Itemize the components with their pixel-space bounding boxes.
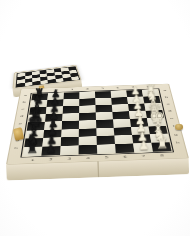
- coordinate-label: 1: [23, 158, 42, 161]
- board-square: ♝: [26, 130, 45, 139]
- coordinate-label: 5: [97, 156, 116, 159]
- coordinate-label: 2: [42, 158, 61, 161]
- board-square: [96, 112, 113, 120]
- black-pawn: ♟: [47, 118, 57, 130]
- board-square: ♝: [29, 107, 46, 115]
- board-square: [112, 111, 130, 119]
- board-square: ♟: [45, 113, 62, 121]
- coordinate-label: 6: [116, 155, 135, 158]
- brass-knob-icon: [175, 124, 183, 130]
- board-inner-frame: ♜♟♟♜♞♟♟♞♝♟♟♝♛♟♟♛♚♟♟♚♝♟♟♝♞♟♟♞♜♟♟♜: [20, 89, 174, 158]
- coordinate-label: 5: [95, 87, 110, 89]
- coordinate-label: 4: [79, 157, 98, 160]
- board-square: ♟: [130, 118, 148, 127]
- photo-backdrop: 12345678 12345678 abcdefgh abcdefgh ♜♟♟♜…: [0, 0, 190, 236]
- board-square: [61, 137, 79, 146]
- board-square: ♜: [151, 142, 171, 152]
- board-square: ♞: [143, 96, 160, 103]
- board-square: ♞: [24, 138, 43, 147]
- board-square: ♟: [133, 143, 153, 153]
- fold-seam: [97, 161, 99, 177]
- coordinate-label: h: [11, 147, 20, 156]
- coordinate-label: 4: [80, 88, 95, 90]
- board-square: [113, 119, 131, 128]
- coordinate-label: h: [174, 141, 184, 150]
- coordinate-label: 7: [125, 86, 141, 88]
- chess-board: 12345678 12345678 abcdefgh abcdefgh ♜♟♟♜…: [9, 33, 183, 207]
- coordinate-label: 8: [141, 86, 157, 88]
- board-square: [115, 144, 134, 154]
- board-square: [97, 144, 116, 154]
- board-square: [62, 113, 79, 121]
- coordinate-label: 6: [110, 87, 125, 89]
- coordinate-label: 3: [64, 88, 79, 90]
- board-square: ♚: [147, 117, 166, 126]
- board-squares: ♜♟♟♜♞♟♟♞♝♟♟♝♛♟♟♛♚♟♟♚♝♟♟♝♞♟♟♞♜♟♟♜: [23, 89, 172, 156]
- board-square: [62, 120, 79, 129]
- board-wood-frame: 12345678 12345678 abcdefgh abcdefgh ♜♟♟♜…: [6, 84, 189, 165]
- board-square: [79, 128, 97, 137]
- board-square: ♛: [146, 110, 164, 118]
- board-square: [96, 119, 114, 128]
- coordinate-label: 2: [49, 89, 64, 91]
- board-square: ♟: [41, 146, 60, 156]
- coordinate-label: 3: [60, 157, 79, 160]
- board-square: ♟: [132, 134, 151, 143]
- coordinate-label: 7: [134, 155, 153, 158]
- coordinate-label: 1: [34, 89, 50, 91]
- board-square: [79, 145, 98, 155]
- board-square: [60, 145, 79, 155]
- board-square: ♜: [23, 147, 43, 157]
- coordinate-label: 8: [153, 154, 172, 157]
- board-square: [114, 135, 133, 144]
